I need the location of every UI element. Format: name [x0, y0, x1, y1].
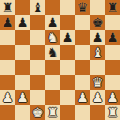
square-b2[interactable]: ♟	[15, 90, 30, 105]
square-b4[interactable]	[15, 60, 30, 75]
black-bishop-c8: ♝	[30, 0, 45, 15]
square-c8[interactable]: ♝	[30, 0, 45, 15]
square-a4[interactable]	[0, 60, 15, 75]
square-g1[interactable]	[90, 105, 105, 120]
square-h8[interactable]: ♜	[105, 0, 120, 15]
white-king-c1: ♚	[30, 105, 45, 120]
white-pawn-b2: ♟	[15, 90, 30, 105]
square-g5[interactable]: ♝	[90, 45, 105, 60]
square-f7[interactable]	[75, 15, 90, 30]
square-g8[interactable]	[90, 0, 105, 15]
square-a3[interactable]	[0, 75, 15, 90]
square-e6[interactable]: ♟	[60, 30, 75, 45]
white-pawn-f2: ♟	[75, 90, 90, 105]
white-rook-d1: ♜	[45, 105, 60, 120]
square-f5[interactable]	[75, 45, 90, 60]
square-e2[interactable]	[60, 90, 75, 105]
square-g2[interactable]: ♟	[90, 90, 105, 105]
square-a1[interactable]	[0, 105, 15, 120]
white-pawn-g2: ♟	[90, 90, 105, 105]
white-knight-d6: ♞	[45, 30, 60, 45]
square-d8[interactable]	[45, 0, 60, 15]
square-e5[interactable]	[60, 45, 75, 60]
square-g6[interactable]: ♟	[90, 30, 105, 45]
square-c6[interactable]	[30, 30, 45, 45]
square-h4[interactable]	[105, 60, 120, 75]
white-pawn-a2: ♟	[0, 90, 15, 105]
square-c1[interactable]: ♚	[30, 105, 45, 120]
square-e3[interactable]	[60, 75, 75, 90]
black-pawn-h6: ♟	[105, 30, 120, 45]
square-c4[interactable]	[30, 60, 45, 75]
white-rook-h1: ♜	[105, 105, 120, 120]
square-d1[interactable]: ♜	[45, 105, 60, 120]
black-knight-d5: ♞	[45, 45, 60, 60]
square-f3[interactable]	[75, 75, 90, 90]
square-a7[interactable]: ♟	[0, 15, 15, 30]
square-d3[interactable]	[45, 75, 60, 90]
square-f8[interactable]: ♛	[75, 0, 90, 15]
square-d7[interactable]: ♟	[45, 15, 60, 30]
white-pawn-h2: ♟	[105, 90, 120, 105]
square-b8[interactable]	[15, 0, 30, 15]
white-bishop-g5: ♝	[90, 45, 105, 60]
square-d4[interactable]	[45, 60, 60, 75]
square-h6[interactable]: ♟	[105, 30, 120, 45]
square-e4[interactable]	[60, 60, 75, 75]
square-h5[interactable]	[105, 45, 120, 60]
square-a5[interactable]	[0, 45, 15, 60]
square-c3[interactable]	[30, 75, 45, 90]
square-c7[interactable]	[30, 15, 45, 30]
square-e1[interactable]	[60, 105, 75, 120]
square-f4[interactable]	[75, 60, 90, 75]
square-g3[interactable]: ♛	[90, 75, 105, 90]
square-e7[interactable]	[60, 15, 75, 30]
square-d6[interactable]: ♞	[45, 30, 60, 45]
square-a8[interactable]: ♜	[0, 0, 15, 15]
square-g7[interactable]: ♚	[90, 15, 105, 30]
black-pawn-e6: ♟	[60, 30, 75, 45]
black-king-g7: ♚	[90, 15, 105, 30]
square-h7[interactable]	[105, 15, 120, 30]
square-b6[interactable]	[15, 30, 30, 45]
square-c5[interactable]	[30, 45, 45, 60]
square-h2[interactable]: ♟	[105, 90, 120, 105]
square-b5[interactable]	[15, 45, 30, 60]
chess-board: ♜♝♛♜♟♟♟♚♞♟♟♟♞♝♛♟♟♟♟♟♚♜♜	[0, 0, 120, 120]
white-queen-g3: ♛	[90, 75, 105, 90]
black-pawn-g6: ♟	[90, 30, 105, 45]
square-d2[interactable]	[45, 90, 60, 105]
square-f6[interactable]	[75, 30, 90, 45]
square-g4[interactable]	[90, 60, 105, 75]
square-b3[interactable]	[15, 75, 30, 90]
black-pawn-a7: ♟	[0, 15, 15, 30]
black-rook-h8: ♜	[105, 0, 120, 15]
square-b7[interactable]: ♟	[15, 15, 30, 30]
square-h1[interactable]: ♜	[105, 105, 120, 120]
black-rook-a8: ♜	[0, 0, 15, 15]
square-c2[interactable]	[30, 90, 45, 105]
square-a2[interactable]: ♟	[0, 90, 15, 105]
square-f2[interactable]: ♟	[75, 90, 90, 105]
black-pawn-d7: ♟	[45, 15, 60, 30]
square-f1[interactable]	[75, 105, 90, 120]
square-h3[interactable]	[105, 75, 120, 90]
square-a6[interactable]	[0, 30, 15, 45]
black-pawn-b7: ♟	[15, 15, 30, 30]
black-queen-f8: ♛	[75, 0, 90, 15]
square-b1[interactable]	[15, 105, 30, 120]
square-d5[interactable]: ♞	[45, 45, 60, 60]
square-e8[interactable]	[60, 0, 75, 15]
